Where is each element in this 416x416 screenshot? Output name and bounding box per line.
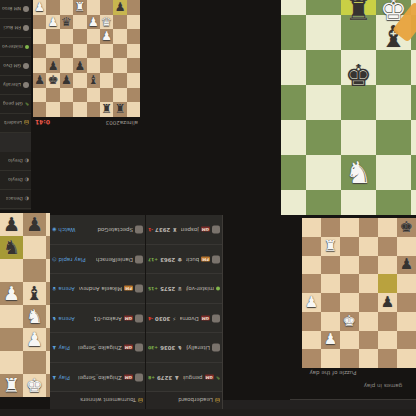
square[interactable] (281, 15, 306, 50)
square[interactable]: ♚ (23, 374, 46, 397)
square[interactable] (281, 0, 306, 15)
sidebar-row[interactable]: ✎GM peng (0, 95, 31, 114)
title-badge: GM (124, 374, 133, 379)
square[interactable] (397, 237, 416, 256)
square[interactable]: ♞ (23, 305, 46, 328)
square[interactable] (411, 85, 416, 120)
player-name: Mikaela Andreva (79, 285, 123, 291)
square[interactable] (306, 15, 341, 50)
square[interactable] (281, 190, 306, 215)
player-label[interactable]: alireza2003 (106, 120, 138, 126)
player-name: mister-vo (2, 45, 23, 50)
rook-icon: ♜ (172, 226, 177, 232)
square[interactable] (113, 58, 126, 73)
square[interactable]: ♟ (46, 58, 59, 73)
player-name: penguingm1 (183, 374, 202, 380)
white-pawn: ♟ (305, 295, 318, 310)
square[interactable] (341, 190, 376, 215)
square[interactable] (397, 349, 416, 368)
square[interactable] (0, 305, 23, 328)
square[interactable] (127, 15, 140, 30)
square[interactable] (113, 44, 126, 59)
square[interactable] (281, 120, 306, 155)
square[interactable] (87, 44, 100, 59)
square[interactable]: ♟ (378, 293, 397, 312)
square[interactable]: ♟ (23, 213, 46, 236)
games-in-play-label[interactable]: games in play (350, 383, 416, 389)
avatar (135, 255, 143, 263)
sidebar-row[interactable]: mister-vo (0, 38, 31, 57)
black-pawn: ♟ (74, 60, 85, 72)
square[interactable] (397, 274, 416, 293)
lightning-icon: ⚡ (172, 315, 176, 321)
square[interactable]: ♟ (23, 328, 46, 351)
half-circle-icon: ◐ (25, 177, 29, 183)
square[interactable] (321, 256, 340, 275)
square[interactable]: ♜ (341, 0, 376, 15)
sidebar-leaderboard-header[interactable]: ⛁Leaderb (0, 114, 31, 133)
black-rook: ♜ (345, 0, 372, 25)
square[interactable]: ♟ (0, 282, 23, 305)
square[interactable] (33, 102, 46, 117)
white-king: ♚ (26, 376, 43, 395)
white-pawn: ♟ (101, 30, 112, 42)
square[interactable]: ♟ (100, 29, 113, 44)
square[interactable]: ♛ (100, 15, 113, 30)
action-link[interactable]: Play (58, 374, 69, 380)
square[interactable] (100, 44, 113, 59)
leaderboard-row[interactable]: LiterallyJontCam7♞3036+30 (146, 333, 222, 363)
rating: 3036 (160, 344, 175, 350)
tournament-winners-list: SpectateGodWatch◉ DanielRenschPlay rapid… (50, 215, 145, 409)
square[interactable] (359, 218, 378, 237)
square[interactable] (321, 218, 340, 237)
black-pawn: ♟ (381, 295, 394, 310)
square[interactable] (127, 73, 140, 88)
black-king: ♚ (400, 220, 413, 235)
square[interactable] (60, 58, 73, 73)
square[interactable] (411, 50, 416, 85)
pawn-icon: ♟ (174, 374, 179, 380)
sidebar-row[interactable]: Literally (0, 76, 31, 95)
list-item[interactable]: SpectateGodWatch◉ (50, 215, 145, 245)
square[interactable] (340, 218, 359, 237)
player-name: Zhigalko_Sergei (78, 344, 122, 350)
square[interactable]: ♚ (46, 73, 59, 88)
square[interactable]: ♚ (340, 312, 359, 331)
square[interactable] (127, 29, 140, 44)
knight-icon: ♞ (52, 315, 56, 321)
avatar (212, 343, 220, 351)
white-pawn: ♟ (88, 16, 99, 28)
board-top-right-clip: ♜♚♝♚♞ (281, 0, 416, 215)
avatar (23, 63, 29, 69)
square[interactable]: ♟ (113, 0, 126, 15)
square[interactable] (46, 88, 59, 103)
square[interactable] (378, 349, 397, 368)
player-name: jospem (181, 226, 198, 232)
square[interactable] (127, 102, 140, 117)
square[interactable] (306, 190, 341, 215)
square[interactable] (376, 50, 411, 85)
square[interactable] (33, 15, 46, 30)
title-badge: FM (201, 256, 210, 261)
square[interactable]: ♜ (321, 237, 340, 256)
square[interactable]: ♟ (0, 213, 23, 236)
square[interactable] (73, 88, 86, 103)
vertical-divider (222, 215, 223, 416)
rating-change: +30 (148, 345, 158, 350)
avatar (135, 343, 143, 351)
queen-icon: ♛ (177, 285, 182, 291)
square[interactable] (73, 29, 86, 44)
pawn-icon: ♟ (52, 344, 56, 350)
square[interactable] (359, 349, 378, 368)
square[interactable] (73, 102, 86, 117)
square[interactable] (87, 88, 100, 103)
sidebar-row[interactable]: GM Dvo (0, 57, 31, 76)
sidebar-row[interactable]: NM Broo (0, 0, 31, 19)
square[interactable] (113, 73, 126, 88)
board-top-left[interactable]: ♟♜♟♟♛♟♛♟♟♟♟♚♟♝♜♜ (33, 0, 140, 117)
tournament-winners-footer[interactable]: ⛁Tournament winners (50, 392, 145, 409)
rating: 2937 (155, 226, 170, 232)
player-name: GM peng (3, 102, 23, 107)
square[interactable] (33, 29, 46, 44)
square[interactable] (302, 218, 321, 237)
square[interactable]: ♟ (33, 0, 46, 15)
online-dot-icon (216, 286, 220, 290)
square[interactable] (340, 349, 359, 368)
action-link[interactable]: Play rapid (58, 256, 85, 262)
square[interactable] (376, 190, 411, 215)
avatar (212, 225, 220, 233)
leaderboard-list: GMjospem♜2937-1 FMbucing♚2963+17 mister-… (146, 215, 222, 409)
list-item[interactable]: GMArakou-01Arena♞ (50, 304, 145, 334)
square[interactable] (87, 29, 100, 44)
square[interactable] (73, 73, 86, 88)
square[interactable]: ♟ (33, 73, 46, 88)
square[interactable] (359, 256, 378, 275)
square[interactable]: ♟ (73, 58, 86, 73)
bottom-band (0, 409, 416, 416)
square[interactable] (46, 29, 59, 44)
square[interactable] (46, 0, 59, 15)
white-rook: ♜ (74, 1, 85, 13)
white-rook: ♜ (324, 239, 337, 254)
square[interactable] (302, 349, 321, 368)
square[interactable] (60, 0, 73, 15)
square[interactable] (0, 351, 23, 374)
square[interactable]: ♜ (113, 102, 126, 117)
square[interactable] (127, 58, 140, 73)
square[interactable] (359, 274, 378, 293)
rating: 3279 (157, 374, 172, 380)
square[interactable] (87, 0, 100, 15)
square[interactable] (60, 102, 73, 117)
knight-icon: ♞ (177, 344, 182, 350)
board1-label-row: alireza20030:41 (33, 117, 140, 129)
square[interactable] (378, 331, 397, 350)
leaderboard-row[interactable]: FMbucing♚2963+17 (146, 245, 222, 275)
square[interactable] (378, 312, 397, 331)
square[interactable] (359, 293, 378, 312)
square[interactable] (113, 15, 126, 30)
black-pawn: ♟ (400, 257, 413, 272)
square[interactable] (397, 331, 416, 350)
square[interactable] (127, 88, 140, 103)
square[interactable] (321, 349, 340, 368)
square[interactable] (341, 120, 376, 155)
half-circle-icon: ◐ (25, 196, 29, 202)
sidebar-extra: ◐Dreylo ◐Dreylo ◐Denaco (0, 152, 31, 210)
action-link[interactable]: Watch (58, 226, 75, 232)
square[interactable] (359, 312, 378, 331)
square[interactable]: ♟ (87, 15, 100, 30)
square[interactable] (23, 351, 46, 374)
rating: 3030 (155, 315, 170, 321)
sidebar-extra-row[interactable]: ◐Dreylo (0, 171, 31, 190)
white-knight: ♞ (345, 158, 372, 188)
square[interactable]: ♝ (87, 73, 100, 88)
action-link[interactable]: Arena (58, 285, 74, 291)
square[interactable] (281, 50, 306, 85)
rating: 2575 (160, 285, 175, 291)
leaderboard-row[interactable]: GMDvornas⚡3030-4 (146, 304, 222, 334)
title-badge: GM (201, 227, 210, 232)
square[interactable] (100, 88, 113, 103)
list-item[interactable]: GMZhigalko_SergeiPlay♟ (50, 333, 145, 363)
square[interactable] (281, 155, 306, 190)
square[interactable] (340, 274, 359, 293)
square[interactable] (340, 293, 359, 312)
square[interactable] (60, 44, 73, 59)
square[interactable] (306, 120, 341, 155)
square[interactable]: ♟ (46, 15, 59, 30)
black-knight: ♞ (3, 238, 20, 257)
half-circle-icon: ◐ (25, 158, 29, 164)
square[interactable]: ♝ (23, 282, 46, 305)
square[interactable]: ♞ (0, 236, 23, 259)
sidebar-divider-band (0, 133, 31, 152)
square[interactable]: ♚ (341, 50, 376, 85)
footer-label: Leaderboard (178, 398, 213, 404)
white-pawn: ♟ (34, 1, 45, 13)
sidebar-row[interactable]: FM Buci (0, 19, 31, 38)
square[interactable] (411, 155, 416, 190)
square[interactable] (306, 85, 341, 120)
rating-change: -1 (148, 227, 153, 232)
avatar (135, 314, 143, 322)
player-name: FM Buci (3, 26, 21, 31)
square[interactable] (46, 102, 59, 117)
sidebar-extra-row[interactable]: ◐Dreylo (0, 152, 31, 171)
player-name: Literally (3, 83, 21, 88)
square[interactable]: ♟ (302, 293, 321, 312)
online-dot-icon (25, 45, 29, 49)
white-pawn: ♟ (324, 332, 337, 347)
square[interactable] (321, 274, 340, 293)
square[interactable] (33, 44, 46, 59)
square[interactable]: ♜ (73, 0, 86, 15)
queen-icon: ♛ (52, 285, 56, 291)
player-name: LiterallyJontCam7 (186, 344, 210, 350)
square[interactable] (376, 85, 411, 120)
leaderboard-row[interactable]: GMjospem♜2937-1 (146, 215, 222, 245)
square[interactable] (378, 256, 397, 275)
player-name: Dvornas (180, 315, 199, 321)
square[interactable] (302, 312, 321, 331)
avatar (23, 25, 29, 31)
square[interactable] (23, 259, 46, 282)
square[interactable] (33, 88, 46, 103)
trophy-icon: ⛁ (24, 120, 29, 127)
action-link[interactable]: Play (58, 344, 69, 350)
puzzle-caption-wrap: Puzzle of the day (298, 370, 368, 382)
leaderboard-row[interactable]: mister-vojta♛2575+15 (146, 274, 222, 304)
board-bottom-left-clip: ♟♟♞♟♝♞♟♟♜♚ (0, 213, 50, 397)
avatar (23, 82, 29, 88)
square[interactable] (378, 237, 397, 256)
square[interactable] (100, 0, 113, 15)
square[interactable] (378, 218, 397, 237)
square[interactable] (100, 58, 113, 73)
board-bottom-left[interactable]: ♟♟♞♟♝♞♟♟♜♚ (0, 213, 50, 397)
leaderboard-footer[interactable]: ⛁Leaderboard (146, 392, 222, 409)
extra-label: Dreylo (8, 178, 23, 183)
square[interactable] (60, 29, 73, 44)
square[interactable] (378, 274, 397, 293)
square[interactable]: ♟ (321, 331, 340, 350)
square[interactable] (306, 0, 341, 15)
player-name: GM Dvo (3, 64, 21, 69)
header-label: Leaderb (4, 121, 22, 126)
list-item[interactable]: DanielRenschPlay rapid◷ (50, 245, 145, 275)
square[interactable] (33, 58, 46, 73)
white-knight: ♞ (26, 307, 43, 326)
square[interactable] (340, 237, 359, 256)
player-name: NM Broo (2, 7, 21, 12)
square[interactable] (281, 85, 306, 120)
square[interactable] (359, 331, 378, 350)
square[interactable] (411, 190, 416, 215)
avatar (212, 255, 220, 263)
white-pawn: ♟ (48, 16, 59, 28)
square[interactable] (411, 120, 416, 155)
white-king: ♚ (343, 314, 356, 329)
footer-label: Tournament winners (80, 398, 136, 404)
square[interactable] (306, 155, 341, 190)
board-puzzle[interactable]: ♚♜♟♟♟♚♟ (302, 218, 416, 368)
player-name: bucing (186, 256, 199, 262)
title-badge: FM (124, 286, 133, 291)
black-rook: ♜ (115, 103, 126, 115)
rating-change: +17 (148, 256, 158, 261)
square[interactable] (0, 259, 23, 282)
square[interactable] (113, 29, 126, 44)
black-bishop: ♝ (88, 74, 99, 86)
player-name: Zhigalko_Sergei (78, 374, 122, 380)
square[interactable] (87, 58, 100, 73)
square[interactable] (60, 88, 73, 103)
square[interactable] (302, 331, 321, 350)
quill-icon: ✎ (216, 374, 220, 380)
square[interactable] (113, 88, 126, 103)
square[interactable] (100, 73, 113, 88)
avatar (212, 314, 220, 322)
avatar (135, 225, 143, 233)
rating: 2963 (160, 256, 175, 262)
square[interactable] (340, 331, 359, 350)
avatar (135, 373, 143, 381)
square[interactable] (73, 44, 86, 59)
square[interactable] (397, 312, 416, 331)
avatar (23, 6, 29, 12)
action-link[interactable]: Arena (58, 315, 74, 321)
black-king: ♚ (345, 61, 372, 91)
square[interactable]: ♞ (341, 155, 376, 190)
eye-icon: ◉ (52, 226, 56, 232)
leaderboard-row[interactable]: ✎GMpenguingm1♟3279+8 (146, 363, 222, 393)
square[interactable] (340, 256, 359, 275)
square[interactable] (321, 293, 340, 312)
square[interactable] (127, 44, 140, 59)
square[interactable] (87, 102, 100, 117)
square[interactable] (359, 237, 378, 256)
white-pawn: ♟ (3, 284, 20, 303)
black-pawn: ♟ (26, 215, 43, 234)
square[interactable] (397, 293, 416, 312)
square[interactable]: ♚ (397, 218, 416, 237)
title-badge: GM (201, 315, 210, 320)
list-item[interactable]: FMMikaela AndrevaArena♛ (50, 274, 145, 304)
square[interactable]: ♟ (397, 256, 416, 275)
chesscom-collage-rotated: { "game": "chess (chess.com website coll… (0, 0, 416, 416)
black-pawn: ♟ (61, 74, 72, 86)
games-caption-wrap: games in play (350, 383, 416, 395)
square[interactable] (0, 328, 23, 351)
square[interactable] (302, 256, 321, 275)
square[interactable] (306, 50, 341, 85)
square[interactable]: ♛ (60, 15, 73, 30)
sidebar-extra-row[interactable]: ◐Denaco (0, 190, 31, 209)
quill-icon: ✎ (25, 101, 29, 107)
square[interactable] (302, 237, 321, 256)
clock-icon: ◷ (52, 256, 56, 262)
player-name: DanielRensch (96, 256, 133, 262)
square[interactable]: ♜ (0, 374, 23, 397)
square[interactable]: ♟ (60, 73, 73, 88)
square[interactable] (23, 236, 46, 259)
square[interactable] (127, 0, 140, 15)
king-icon: ♚ (177, 256, 182, 262)
black-pawn: ♟ (34, 74, 45, 86)
square[interactable] (46, 44, 59, 59)
square[interactable] (73, 15, 86, 30)
black-pawn: ♟ (3, 215, 20, 234)
square[interactable] (321, 312, 340, 331)
list-item[interactable]: GMZhigalko_SergeiPlay♟ (50, 363, 145, 393)
white-queen: ♛ (101, 16, 112, 28)
square[interactable] (376, 155, 411, 190)
black-pawn: ♟ (115, 1, 126, 13)
puzzle-of-day-label[interactable]: Puzzle of the day (298, 370, 368, 376)
white-rook: ♜ (3, 376, 20, 395)
square[interactable]: ♜ (100, 102, 113, 117)
square[interactable] (376, 120, 411, 155)
square[interactable] (302, 274, 321, 293)
black-king: ♚ (48, 74, 59, 86)
